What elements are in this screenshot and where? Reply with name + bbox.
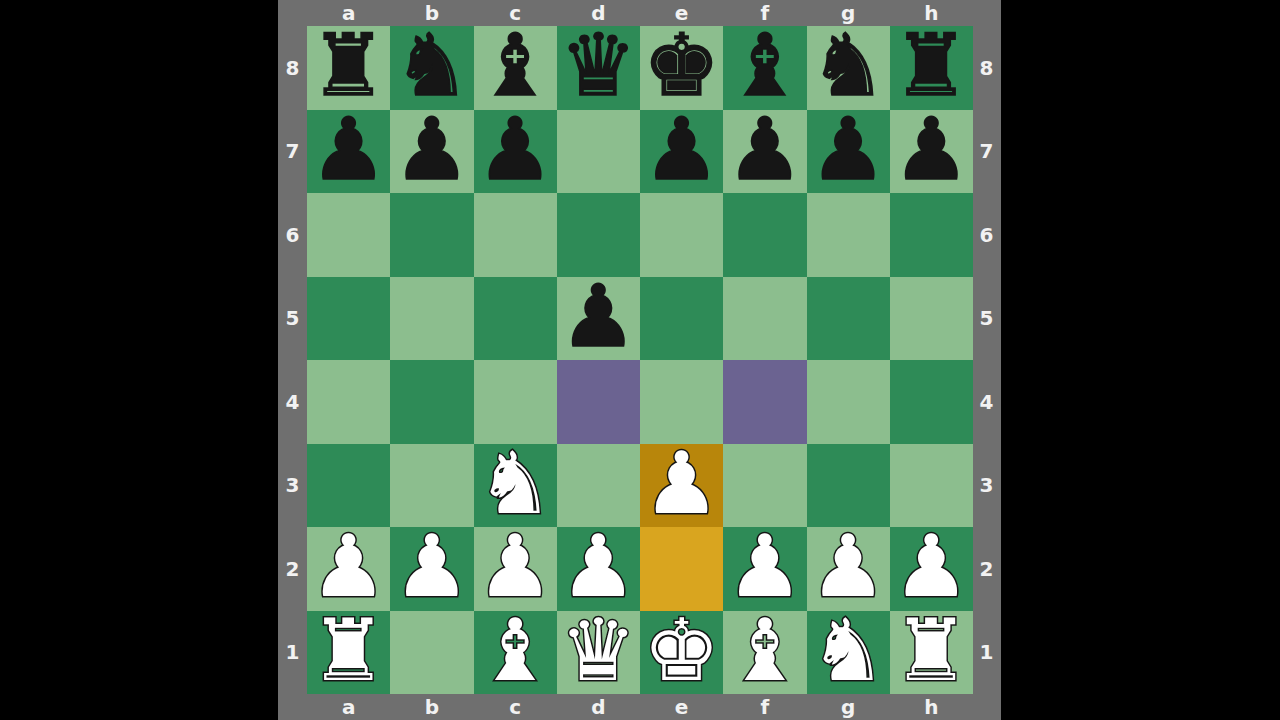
square-d4[interactable] (557, 360, 640, 444)
piece-white-pawn[interactable]: ♟ (477, 525, 554, 608)
piece-black-knight[interactable]: ♞ (810, 24, 887, 107)
piece-black-pawn[interactable]: ♟ (643, 108, 720, 191)
rank-label-4: 4 (972, 360, 1001, 444)
square-b6[interactable] (390, 193, 473, 277)
square-g2[interactable]: ♟ (807, 527, 890, 611)
piece-white-bishop[interactable]: ♝ (477, 609, 554, 692)
square-a6[interactable] (307, 193, 390, 277)
square-d2[interactable]: ♟ (557, 527, 640, 611)
square-g5[interactable] (807, 277, 890, 361)
rank-label-8: 8 (278, 26, 307, 110)
square-a4[interactable] (307, 360, 390, 444)
square-f5[interactable] (723, 277, 806, 361)
square-d6[interactable] (557, 193, 640, 277)
square-e6[interactable] (640, 193, 723, 277)
square-e4[interactable] (640, 360, 723, 444)
square-a1[interactable]: ♜ (307, 611, 390, 695)
square-d8[interactable]: ♛ (557, 26, 640, 110)
square-d3[interactable] (557, 444, 640, 528)
rank-label-7: 7 (278, 110, 307, 194)
rank-label-2: 2 (278, 527, 307, 611)
square-c7[interactable]: ♟ (474, 110, 557, 194)
square-c6[interactable] (474, 193, 557, 277)
piece-black-pawn[interactable]: ♟ (393, 108, 470, 191)
square-h4[interactable] (890, 360, 973, 444)
piece-black-pawn[interactable]: ♟ (560, 275, 637, 358)
square-b4[interactable] (390, 360, 473, 444)
square-a7[interactable]: ♟ (307, 110, 390, 194)
square-b2[interactable]: ♟ (390, 527, 473, 611)
letterbox-stage: abcdefgh abcdefgh 87654321 87654321 ♜♞♝♛… (0, 0, 1280, 720)
square-b5[interactable] (390, 277, 473, 361)
square-g3[interactable] (807, 444, 890, 528)
piece-white-pawn[interactable]: ♟ (893, 525, 970, 608)
piece-black-pawn[interactable]: ♟ (726, 108, 803, 191)
piece-black-pawn[interactable]: ♟ (893, 108, 970, 191)
square-g4[interactable] (807, 360, 890, 444)
square-e2[interactable] (640, 527, 723, 611)
square-b7[interactable]: ♟ (390, 110, 473, 194)
piece-white-pawn[interactable]: ♟ (643, 442, 720, 525)
rank-label-4: 4 (278, 360, 307, 444)
square-d5[interactable]: ♟ (557, 277, 640, 361)
piece-black-rook[interactable]: ♜ (893, 24, 970, 107)
piece-black-knight[interactable]: ♞ (393, 24, 470, 107)
piece-white-rook[interactable]: ♜ (893, 609, 970, 692)
rank-label-1: 1 (972, 611, 1001, 695)
piece-white-pawn[interactable]: ♟ (393, 525, 470, 608)
square-a2[interactable]: ♟ (307, 527, 390, 611)
square-h5[interactable] (890, 277, 973, 361)
rank-label-8: 8 (972, 26, 1001, 110)
piece-white-king[interactable]: ♚ (643, 609, 720, 692)
rank-label-1: 1 (278, 611, 307, 695)
piece-black-bishop[interactable]: ♝ (477, 24, 554, 107)
chess-board[interactable]: ♜♞♝♛♚♝♞♜♟♟♟♟♟♟♟♟♞♟♟♟♟♟♟♟♟♜♝♛♚♝♞♜ (307, 26, 973, 694)
piece-black-king[interactable]: ♚ (643, 24, 720, 107)
square-a8[interactable]: ♜ (307, 26, 390, 110)
square-b8[interactable]: ♞ (390, 26, 473, 110)
square-h8[interactable]: ♜ (890, 26, 973, 110)
square-d1[interactable]: ♛ (557, 611, 640, 695)
square-e3[interactable]: ♟ (640, 444, 723, 528)
square-c8[interactable]: ♝ (474, 26, 557, 110)
piece-white-pawn[interactable]: ♟ (810, 525, 887, 608)
square-f1[interactable]: ♝ (723, 611, 806, 695)
board-frame: abcdefgh abcdefgh 87654321 87654321 ♜♞♝♛… (278, 0, 1001, 720)
rank-label-5: 5 (972, 277, 1001, 361)
square-f2[interactable]: ♟ (723, 527, 806, 611)
rank-label-3: 3 (972, 444, 1001, 528)
rank-label-6: 6 (972, 193, 1001, 277)
piece-black-pawn[interactable]: ♟ (810, 108, 887, 191)
square-g7[interactable]: ♟ (807, 110, 890, 194)
piece-black-pawn[interactable]: ♟ (310, 108, 387, 191)
piece-white-bishop[interactable]: ♝ (726, 609, 803, 692)
square-e1[interactable]: ♚ (640, 611, 723, 695)
square-a5[interactable] (307, 277, 390, 361)
square-b3[interactable] (390, 444, 473, 528)
piece-white-pawn[interactable]: ♟ (310, 525, 387, 608)
square-g1[interactable]: ♞ (807, 611, 890, 695)
square-c5[interactable] (474, 277, 557, 361)
square-h6[interactable] (890, 193, 973, 277)
piece-white-knight[interactable]: ♞ (810, 609, 887, 692)
piece-white-pawn[interactable]: ♟ (726, 525, 803, 608)
piece-black-pawn[interactable]: ♟ (477, 108, 554, 191)
square-e7[interactable]: ♟ (640, 110, 723, 194)
square-c4[interactable] (474, 360, 557, 444)
square-d7[interactable] (557, 110, 640, 194)
square-c2[interactable]: ♟ (474, 527, 557, 611)
square-f8[interactable]: ♝ (723, 26, 806, 110)
piece-white-pawn[interactable]: ♟ (560, 525, 637, 608)
square-g6[interactable] (807, 193, 890, 277)
piece-white-knight[interactable]: ♞ (477, 442, 554, 525)
square-h1[interactable]: ♜ (890, 611, 973, 695)
rank-labels-left: 87654321 (278, 26, 307, 694)
rank-label-5: 5 (278, 277, 307, 361)
square-f3[interactable] (723, 444, 806, 528)
rank-label-6: 6 (278, 193, 307, 277)
piece-black-queen[interactable]: ♛ (560, 24, 637, 107)
square-h7[interactable]: ♟ (890, 110, 973, 194)
square-f7[interactable]: ♟ (723, 110, 806, 194)
square-b1[interactable] (390, 611, 473, 695)
rank-label-7: 7 (972, 110, 1001, 194)
rank-label-3: 3 (278, 444, 307, 528)
piece-black-rook[interactable]: ♜ (310, 24, 387, 107)
square-a3[interactable] (307, 444, 390, 528)
square-c1[interactable]: ♝ (474, 611, 557, 695)
square-g8[interactable]: ♞ (807, 26, 890, 110)
square-e5[interactable] (640, 277, 723, 361)
square-e8[interactable]: ♚ (640, 26, 723, 110)
square-h2[interactable]: ♟ (890, 527, 973, 611)
rank-label-2: 2 (972, 527, 1001, 611)
piece-black-bishop[interactable]: ♝ (726, 24, 803, 107)
piece-white-queen[interactable]: ♛ (560, 609, 637, 692)
square-f6[interactable] (723, 193, 806, 277)
file-label-b: b (390, 694, 473, 720)
square-c3[interactable]: ♞ (474, 444, 557, 528)
square-f4[interactable] (723, 360, 806, 444)
square-h3[interactable] (890, 444, 973, 528)
piece-white-rook[interactable]: ♜ (310, 609, 387, 692)
rank-labels-right: 87654321 (972, 26, 1001, 694)
